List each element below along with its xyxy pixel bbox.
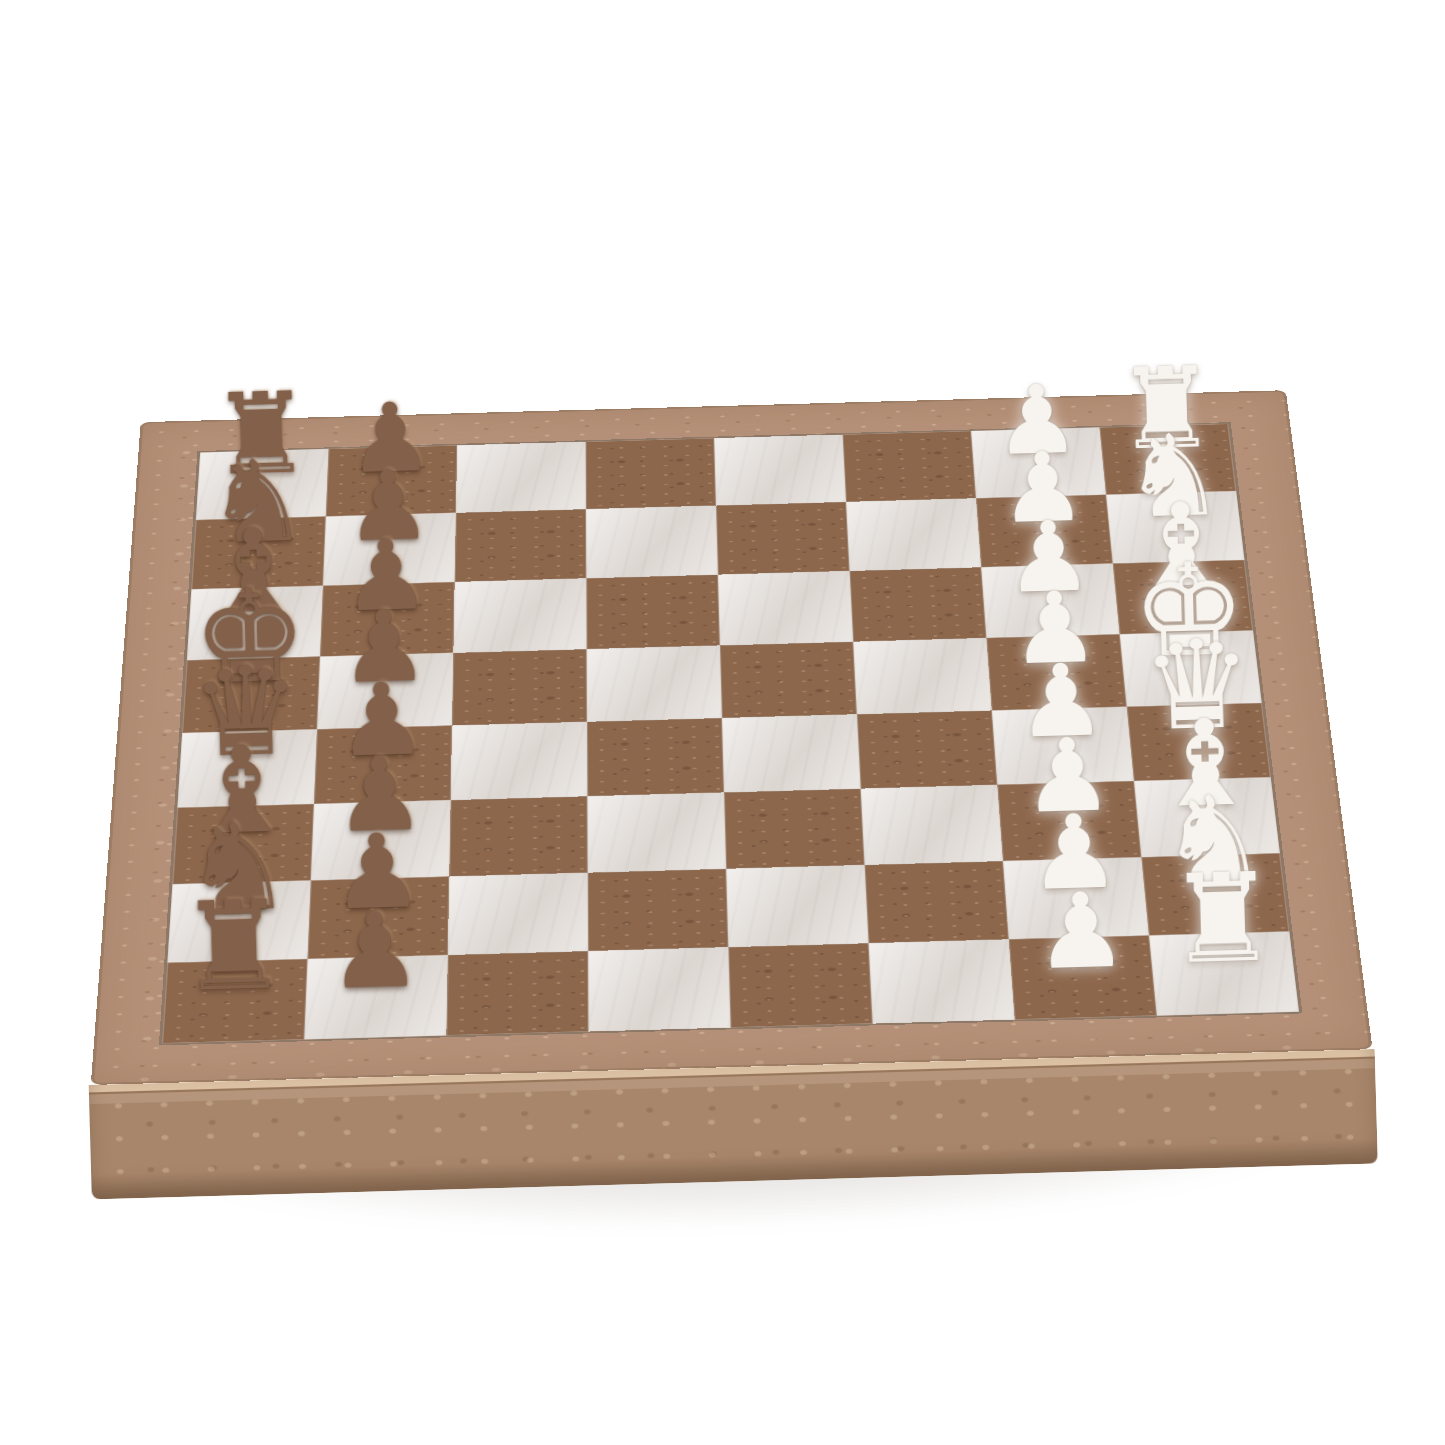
piece-brown-rook-a8[interactable]: ♜ xyxy=(161,886,305,1006)
square-a1[interactable]: ♜ xyxy=(1149,931,1299,1015)
square-d5[interactable] xyxy=(587,718,724,796)
square-e4[interactable] xyxy=(720,642,857,718)
square-e5[interactable] xyxy=(587,645,722,721)
square-c4[interactable] xyxy=(724,789,865,869)
square-a2[interactable]: ♟ xyxy=(1009,935,1157,1019)
product-photo: ♜♟♟♜♞♟♟♞♝♟♟♝♚♟♟♚♛♟♟♛♝♟♟♝♞♟♟♞♜♟♟♜ xyxy=(0,0,1445,1445)
square-h3[interactable] xyxy=(843,431,976,502)
square-a7[interactable]: ♟ xyxy=(304,955,448,1040)
square-d4[interactable] xyxy=(722,714,861,792)
square-g6[interactable] xyxy=(455,509,587,582)
square-a6[interactable] xyxy=(446,951,588,1035)
square-f5[interactable] xyxy=(586,575,720,650)
square-d3[interactable] xyxy=(857,710,997,788)
piece-brown-pawn-a7[interactable]: ♟ xyxy=(303,900,447,1002)
piece-white-rook-a1[interactable]: ♜ xyxy=(1150,858,1294,978)
camera-tilt-layer: ♜♟♟♜♞♟♟♞♝♟♟♝♚♟♟♚♛♟♟♛♝♟♟♝♞♟♟♞♜♟♟♜ xyxy=(0,0,1445,1445)
square-f4[interactable] xyxy=(718,571,853,645)
chess-board-grid: ♜♟♟♜♞♟♟♞♝♟♟♝♚♟♟♚♛♟♟♛♝♟♟♝♞♟♟♞♜♟♟♜ xyxy=(162,424,1299,1044)
square-c3[interactable] xyxy=(861,785,1003,865)
square-g4[interactable] xyxy=(716,502,850,575)
square-a4[interactable] xyxy=(728,943,872,1027)
piece-white-pawn-a2[interactable]: ♟ xyxy=(1009,880,1153,982)
square-b3[interactable] xyxy=(865,861,1009,943)
square-e6[interactable] xyxy=(452,649,587,725)
square-h4[interactable] xyxy=(714,435,846,506)
square-b4[interactable] xyxy=(726,865,868,947)
square-g3[interactable] xyxy=(846,498,981,571)
square-f3[interactable] xyxy=(850,567,987,641)
square-b5[interactable] xyxy=(588,869,729,951)
square-e3[interactable] xyxy=(853,638,992,714)
square-a3[interactable] xyxy=(869,939,1015,1023)
square-g5[interactable] xyxy=(586,506,718,579)
square-c5[interactable] xyxy=(587,792,726,872)
square-f6[interactable] xyxy=(453,578,586,653)
chess-board-3d: ♜♟♟♜♞♟♟♞♝♟♟♝♚♟♟♚♛♟♟♛♝♟♟♝♞♟♟♞♜♟♟♜ xyxy=(91,390,1373,1085)
board-frame: ♜♟♟♜♞♟♟♞♝♟♟♝♚♟♟♚♛♟♟♛♝♟♟♝♞♟♟♞♜♟♟♜ xyxy=(91,390,1373,1085)
square-h5[interactable] xyxy=(586,438,716,509)
square-b6[interactable] xyxy=(448,873,588,955)
square-a8[interactable]: ♜ xyxy=(162,959,307,1044)
square-d6[interactable] xyxy=(451,722,588,800)
square-c6[interactable] xyxy=(449,796,587,876)
square-a5[interactable] xyxy=(588,947,730,1031)
square-h6[interactable] xyxy=(456,442,586,513)
